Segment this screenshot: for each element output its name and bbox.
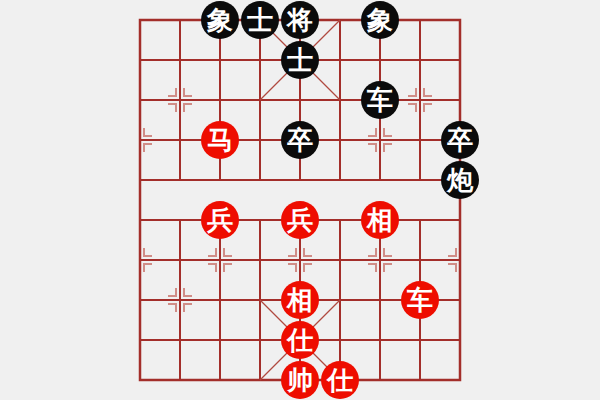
intersection-r2c2 xyxy=(200,80,240,120)
intersection-r8c2 xyxy=(200,320,240,360)
intersection-r1c6 xyxy=(360,40,400,80)
intersection-r8c1 xyxy=(160,320,200,360)
intersection-r5c2: 兵 xyxy=(200,200,240,240)
intersection-r7c4: 相 xyxy=(280,280,320,320)
intersection-r5c7 xyxy=(400,200,440,240)
black-elephant[interactable]: 象 xyxy=(361,1,399,39)
intersection-r7c0 xyxy=(120,280,160,320)
intersection-r2c8 xyxy=(440,80,480,120)
intersection-r0c2: 象 xyxy=(200,0,240,40)
intersection-r9c0 xyxy=(120,360,160,400)
intersection-r3c4: 卒 xyxy=(280,120,320,160)
intersection-r0c7 xyxy=(400,0,440,40)
intersection-r2c4 xyxy=(280,80,320,120)
intersection-r2c3 xyxy=(240,80,280,120)
intersection-r3c6 xyxy=(360,120,400,160)
intersection-r8c3 xyxy=(240,320,280,360)
intersection-r3c1 xyxy=(160,120,200,160)
intersection-r3c8: 卒 xyxy=(440,120,480,160)
intersection-r9c5: 仕 xyxy=(320,360,360,400)
intersection-r8c0 xyxy=(120,320,160,360)
intersection-r4c8: 炮 xyxy=(440,160,480,200)
intersection-r1c3 xyxy=(240,40,280,80)
board-grid: 象士将象士车马卒卒炮兵兵相相车仕帅仕 xyxy=(120,0,480,400)
black-soldier[interactable]: 卒 xyxy=(281,121,319,159)
intersection-r2c7 xyxy=(400,80,440,120)
intersection-r1c2 xyxy=(200,40,240,80)
intersection-r8c5 xyxy=(320,320,360,360)
intersection-r8c7 xyxy=(400,320,440,360)
intersection-r1c5 xyxy=(320,40,360,80)
red-advisor[interactable]: 仕 xyxy=(281,321,319,359)
intersection-r0c3: 士 xyxy=(240,0,280,40)
intersection-r9c8 xyxy=(440,360,480,400)
intersection-r4c6 xyxy=(360,160,400,200)
intersection-r2c6: 车 xyxy=(360,80,400,120)
intersection-r8c8 xyxy=(440,320,480,360)
intersection-r9c4: 帅 xyxy=(280,360,320,400)
intersection-r0c5 xyxy=(320,0,360,40)
red-elephant[interactable]: 相 xyxy=(281,281,319,319)
intersection-r2c1 xyxy=(160,80,200,120)
black-chariot[interactable]: 车 xyxy=(361,81,399,119)
intersection-r6c8 xyxy=(440,240,480,280)
intersection-r1c0 xyxy=(120,40,160,80)
intersection-r5c6: 相 xyxy=(360,200,400,240)
intersection-r6c0 xyxy=(120,240,160,280)
intersection-r1c4: 士 xyxy=(280,40,320,80)
intersection-r8c4: 仕 xyxy=(280,320,320,360)
intersection-r1c8 xyxy=(440,40,480,80)
intersection-r6c7 xyxy=(400,240,440,280)
intersection-r6c5 xyxy=(320,240,360,280)
red-general[interactable]: 帅 xyxy=(281,361,319,399)
intersection-r6c2 xyxy=(200,240,240,280)
intersection-r5c0 xyxy=(120,200,160,240)
intersection-r6c6 xyxy=(360,240,400,280)
red-elephant[interactable]: 相 xyxy=(361,201,399,239)
black-advisor[interactable]: 士 xyxy=(281,41,319,79)
intersection-r7c1 xyxy=(160,280,200,320)
intersection-r1c1 xyxy=(160,40,200,80)
intersection-r5c1 xyxy=(160,200,200,240)
intersection-r3c5 xyxy=(320,120,360,160)
intersection-r1c7 xyxy=(400,40,440,80)
intersection-r7c5 xyxy=(320,280,360,320)
intersection-r2c0 xyxy=(120,80,160,120)
black-general[interactable]: 将 xyxy=(281,1,319,39)
intersection-r4c7 xyxy=(400,160,440,200)
intersection-r8c6 xyxy=(360,320,400,360)
intersection-r0c4: 将 xyxy=(280,0,320,40)
black-advisor[interactable]: 士 xyxy=(241,1,279,39)
intersection-r0c1 xyxy=(160,0,200,40)
black-soldier[interactable]: 卒 xyxy=(441,121,479,159)
intersection-r4c5 xyxy=(320,160,360,200)
intersection-r7c2 xyxy=(200,280,240,320)
intersection-r3c3 xyxy=(240,120,280,160)
intersection-r3c2: 马 xyxy=(200,120,240,160)
red-chariot[interactable]: 车 xyxy=(401,281,439,319)
intersection-r4c1 xyxy=(160,160,200,200)
black-cannon[interactable]: 炮 xyxy=(441,161,479,199)
intersection-r5c8 xyxy=(440,200,480,240)
intersection-r5c5 xyxy=(320,200,360,240)
intersection-r6c1 xyxy=(160,240,200,280)
intersection-r7c8 xyxy=(440,280,480,320)
intersection-r4c0 xyxy=(120,160,160,200)
black-elephant[interactable]: 象 xyxy=(201,1,239,39)
red-soldier[interactable]: 兵 xyxy=(201,201,239,239)
intersection-r9c3 xyxy=(240,360,280,400)
intersection-r5c3 xyxy=(240,200,280,240)
intersection-r2c5 xyxy=(320,80,360,120)
intersection-r3c0 xyxy=(120,120,160,160)
intersection-r9c1 xyxy=(160,360,200,400)
intersection-r5c4: 兵 xyxy=(280,200,320,240)
intersection-r7c7: 车 xyxy=(400,280,440,320)
intersection-r9c2 xyxy=(200,360,240,400)
intersection-r9c7 xyxy=(400,360,440,400)
intersection-r0c0 xyxy=(120,0,160,40)
intersection-r6c3 xyxy=(240,240,280,280)
intersection-r7c3 xyxy=(240,280,280,320)
intersection-r0c8 xyxy=(440,0,480,40)
intersection-r9c6 xyxy=(360,360,400,400)
intersection-r4c4 xyxy=(280,160,320,200)
intersection-r4c2 xyxy=(200,160,240,200)
red-horse[interactable]: 马 xyxy=(201,121,239,159)
intersection-r0c6: 象 xyxy=(360,0,400,40)
intersection-r6c4 xyxy=(280,240,320,280)
xiangqi-board: 象士将象士车马卒卒炮兵兵相相车仕帅仕 xyxy=(0,0,600,400)
intersection-r4c3 xyxy=(240,160,280,200)
red-soldier[interactable]: 兵 xyxy=(281,201,319,239)
intersection-r7c6 xyxy=(360,280,400,320)
intersection-r3c7 xyxy=(400,120,440,160)
red-advisor[interactable]: 仕 xyxy=(321,361,359,399)
